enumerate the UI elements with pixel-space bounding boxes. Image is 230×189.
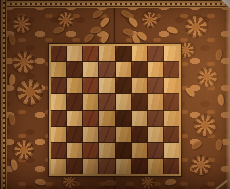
square-f2[interactable] xyxy=(132,143,147,158)
square-h6[interactable] xyxy=(164,78,179,93)
square-d5[interactable] xyxy=(99,94,114,109)
square-b8[interactable] xyxy=(67,46,82,61)
square-e8[interactable] xyxy=(116,46,131,61)
square-g4[interactable] xyxy=(148,111,163,126)
square-b4[interactable] xyxy=(67,111,82,126)
square-f8[interactable] xyxy=(132,46,147,61)
square-c7[interactable] xyxy=(83,62,98,77)
square-h7[interactable] xyxy=(164,62,179,77)
square-c3[interactable] xyxy=(83,127,98,142)
square-f7[interactable] xyxy=(132,62,147,77)
square-e4[interactable] xyxy=(116,111,131,126)
square-b2[interactable] xyxy=(67,143,82,158)
square-f5[interactable] xyxy=(132,94,147,109)
square-c6[interactable] xyxy=(83,78,98,93)
square-e5[interactable] xyxy=(116,94,131,109)
carved-flower xyxy=(13,15,31,33)
square-g3[interactable] xyxy=(148,127,163,142)
square-b3[interactable] xyxy=(67,127,82,142)
square-e6[interactable] xyxy=(116,78,131,93)
square-h4[interactable] xyxy=(164,111,179,126)
carved-leaf xyxy=(105,180,116,186)
square-d8[interactable] xyxy=(99,46,114,61)
square-c8[interactable] xyxy=(83,46,98,61)
rim-top-inlay xyxy=(0,0,230,8)
square-d1[interactable] xyxy=(99,159,114,174)
square-b5[interactable] xyxy=(67,94,82,109)
square-e3[interactable] xyxy=(116,127,131,142)
rim-left-inlay xyxy=(0,0,7,189)
square-e7[interactable] xyxy=(116,62,131,77)
square-g7[interactable] xyxy=(148,62,163,77)
chessboard-photo xyxy=(0,0,230,189)
square-c5[interactable] xyxy=(83,94,98,109)
carved-leaf xyxy=(9,114,15,125)
square-a6[interactable] xyxy=(51,78,66,93)
square-h8[interactable] xyxy=(164,46,179,61)
square-e2[interactable] xyxy=(116,143,131,158)
square-b7[interactable] xyxy=(67,62,82,77)
rim-right-edge xyxy=(226,0,230,189)
square-f3[interactable] xyxy=(132,127,147,142)
square-f6[interactable] xyxy=(132,78,147,93)
square-a5[interactable] xyxy=(51,94,66,109)
square-g1[interactable] xyxy=(148,159,163,174)
square-g5[interactable] xyxy=(148,94,163,109)
square-d7[interactable] xyxy=(99,62,114,77)
square-d3[interactable] xyxy=(99,127,114,142)
square-c2[interactable] xyxy=(83,143,98,158)
square-g6[interactable] xyxy=(148,78,163,93)
square-h2[interactable] xyxy=(164,143,179,158)
square-d4[interactable] xyxy=(99,111,114,126)
square-a3[interactable] xyxy=(51,127,66,142)
square-a2[interactable] xyxy=(51,143,66,158)
square-g2[interactable] xyxy=(148,143,163,158)
square-a8[interactable] xyxy=(51,46,66,61)
square-b1[interactable] xyxy=(67,159,82,174)
square-h3[interactable] xyxy=(164,127,179,142)
square-c1[interactable] xyxy=(83,159,98,174)
square-h1[interactable] xyxy=(164,159,179,174)
square-h5[interactable] xyxy=(164,94,179,109)
chess-board xyxy=(49,44,181,176)
square-e1[interactable] xyxy=(116,159,131,174)
square-f4[interactable] xyxy=(132,111,147,126)
square-b6[interactable] xyxy=(67,78,82,93)
board-grid xyxy=(51,46,179,174)
square-d2[interactable] xyxy=(99,143,114,158)
square-a1[interactable] xyxy=(51,159,66,174)
carved-leaf xyxy=(215,139,221,150)
square-d6[interactable] xyxy=(99,78,114,93)
square-f1[interactable] xyxy=(132,159,147,174)
square-a7[interactable] xyxy=(51,62,66,77)
square-c4[interactable] xyxy=(83,111,98,126)
square-g8[interactable] xyxy=(148,46,163,61)
square-a4[interactable] xyxy=(51,111,66,126)
